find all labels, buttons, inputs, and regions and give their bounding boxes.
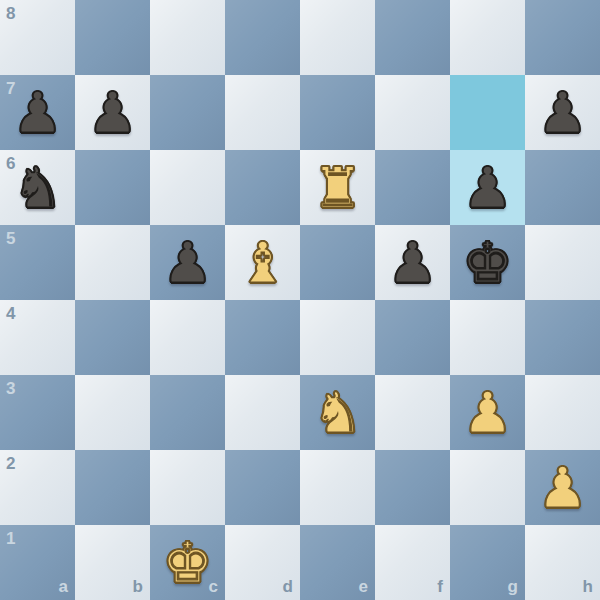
square-a7[interactable]: 7♟ [0, 75, 75, 150]
square-e2[interactable] [300, 450, 375, 525]
square-c4[interactable] [150, 300, 225, 375]
square-f4[interactable] [375, 300, 450, 375]
square-e6[interactable]: ♜ [300, 150, 375, 225]
square-h8[interactable] [525, 0, 600, 75]
square-d2[interactable] [225, 450, 300, 525]
square-c5[interactable]: ♟ [150, 225, 225, 300]
square-g7[interactable] [450, 75, 525, 150]
rank-label-5: 5 [6, 230, 15, 247]
square-c2[interactable] [150, 450, 225, 525]
square-f6[interactable] [375, 150, 450, 225]
file-label-d: d [283, 578, 293, 595]
square-h2[interactable]: ♟ [525, 450, 600, 525]
black-pawn-h7[interactable]: ♟ [537, 85, 587, 141]
square-h3[interactable] [525, 375, 600, 450]
square-f1[interactable]: f [375, 525, 450, 600]
black-knight-a6[interactable]: ♞ [12, 160, 62, 216]
white-pawn-h2[interactable]: ♟ [537, 460, 587, 516]
square-g4[interactable] [450, 300, 525, 375]
file-label-b: b [133, 578, 143, 595]
square-b8[interactable] [75, 0, 150, 75]
square-b5[interactable] [75, 225, 150, 300]
file-label-h: h [583, 578, 593, 595]
square-a1[interactable]: 1a [0, 525, 75, 600]
square-c1[interactable]: c♚ [150, 525, 225, 600]
file-label-g: g [508, 578, 518, 595]
square-e5[interactable] [300, 225, 375, 300]
square-b2[interactable] [75, 450, 150, 525]
white-knight-e3[interactable]: ♞ [312, 385, 362, 441]
square-b7[interactable]: ♟ [75, 75, 150, 150]
file-label-e: e [359, 578, 368, 595]
square-f7[interactable] [375, 75, 450, 150]
square-e3[interactable]: ♞ [300, 375, 375, 450]
square-h5[interactable] [525, 225, 600, 300]
square-f5[interactable]: ♟ [375, 225, 450, 300]
square-a6[interactable]: 6♞ [0, 150, 75, 225]
chess-app: 87♟♟♟6♞♜♟5♟♝♟♚43♞♟2♟1abc♚defgh [0, 0, 600, 600]
square-d6[interactable] [225, 150, 300, 225]
square-g8[interactable] [450, 0, 525, 75]
square-b4[interactable] [75, 300, 150, 375]
square-c8[interactable] [150, 0, 225, 75]
rank-label-1: 1 [6, 530, 15, 547]
square-h6[interactable] [525, 150, 600, 225]
chess-board: 87♟♟♟6♞♜♟5♟♝♟♚43♞♟2♟1abc♚defgh [0, 0, 600, 600]
square-c6[interactable] [150, 150, 225, 225]
square-e1[interactable]: e [300, 525, 375, 600]
square-c7[interactable] [150, 75, 225, 150]
square-d5[interactable]: ♝ [225, 225, 300, 300]
square-g1[interactable]: g [450, 525, 525, 600]
square-d4[interactable] [225, 300, 300, 375]
white-king-c1[interactable]: ♚ [162, 535, 212, 591]
square-g3[interactable]: ♟ [450, 375, 525, 450]
square-f3[interactable] [375, 375, 450, 450]
square-d7[interactable] [225, 75, 300, 150]
rank-label-8: 8 [6, 5, 15, 22]
square-h7[interactable]: ♟ [525, 75, 600, 150]
square-a3[interactable]: 3 [0, 375, 75, 450]
white-rook-e6[interactable]: ♜ [312, 160, 362, 216]
square-a2[interactable]: 2 [0, 450, 75, 525]
square-d8[interactable] [225, 0, 300, 75]
square-b1[interactable]: b [75, 525, 150, 600]
square-a4[interactable]: 4 [0, 300, 75, 375]
square-f2[interactable] [375, 450, 450, 525]
square-e4[interactable] [300, 300, 375, 375]
file-label-a: a [59, 578, 68, 595]
square-d1[interactable]: d [225, 525, 300, 600]
rank-label-4: 4 [6, 305, 15, 322]
square-g5[interactable]: ♚ [450, 225, 525, 300]
rank-label-3: 3 [6, 380, 15, 397]
white-pawn-g3[interactable]: ♟ [462, 385, 512, 441]
square-h4[interactable] [525, 300, 600, 375]
square-b6[interactable] [75, 150, 150, 225]
black-pawn-c5[interactable]: ♟ [162, 235, 212, 291]
square-g6[interactable]: ♟ [450, 150, 525, 225]
square-d3[interactable] [225, 375, 300, 450]
square-e7[interactable] [300, 75, 375, 150]
black-pawn-g6[interactable]: ♟ [462, 160, 512, 216]
square-e8[interactable] [300, 0, 375, 75]
square-g2[interactable] [450, 450, 525, 525]
square-c3[interactable] [150, 375, 225, 450]
rank-label-2: 2 [6, 455, 15, 472]
square-a5[interactable]: 5 [0, 225, 75, 300]
black-pawn-a7[interactable]: ♟ [12, 85, 62, 141]
file-label-f: f [437, 578, 443, 595]
black-king-g5[interactable]: ♚ [462, 235, 512, 291]
square-b3[interactable] [75, 375, 150, 450]
white-bishop-d5[interactable]: ♝ [237, 235, 287, 291]
black-pawn-b7[interactable]: ♟ [87, 85, 137, 141]
black-pawn-f5[interactable]: ♟ [387, 235, 437, 291]
square-a8[interactable]: 8 [0, 0, 75, 75]
square-f8[interactable] [375, 0, 450, 75]
square-h1[interactable]: h [525, 525, 600, 600]
